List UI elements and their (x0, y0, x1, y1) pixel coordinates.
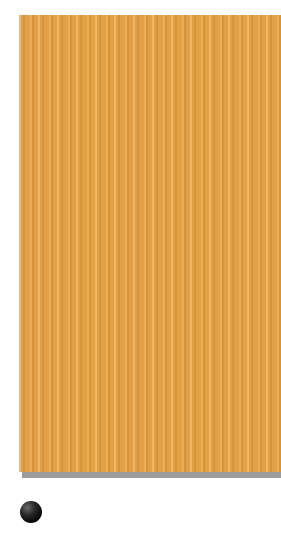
caption-move-stone (20, 501, 42, 523)
board-shadow (22, 472, 281, 478)
go-diagram (0, 0, 281, 537)
go-board (19, 15, 281, 472)
